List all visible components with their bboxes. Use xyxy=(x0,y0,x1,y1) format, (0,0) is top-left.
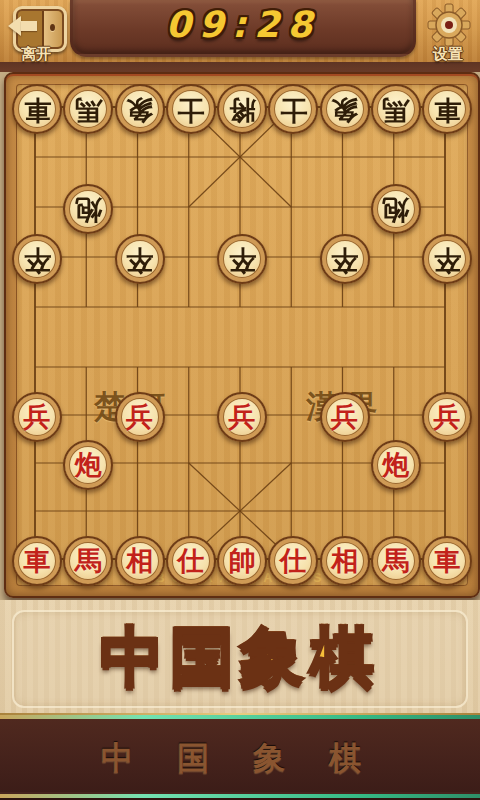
piece-glyph: 兵 xyxy=(24,404,51,431)
piece-glyph: 象 xyxy=(331,96,358,123)
piece-glyph: 士 xyxy=(280,96,307,123)
piece-red-cannon[interactable]: 炮 xyxy=(371,440,421,490)
piece-black-general[interactable]: 將 xyxy=(217,84,267,134)
piece-black-soldier[interactable]: 卒 xyxy=(217,234,267,284)
piece-black-cannon[interactable]: 炮 xyxy=(63,184,113,234)
piece-glyph: 炮 xyxy=(382,196,409,223)
piece-black-cannon[interactable]: 炮 xyxy=(371,184,421,234)
bottom-bar: 中 国 象 棋 xyxy=(0,713,480,800)
piece-black-soldier[interactable]: 卒 xyxy=(320,234,370,284)
piece-black-elephant[interactable]: 象 xyxy=(320,84,370,134)
piece-black-elephant[interactable]: 象 xyxy=(115,84,165,134)
piece-glyph: 象 xyxy=(126,96,153,123)
piece-glyph: 兵 xyxy=(331,404,358,431)
piece-glyph: 仕 xyxy=(177,548,204,575)
game-logo-title: 中国象棋 xyxy=(0,614,480,701)
top-bar-lower-strip xyxy=(0,62,480,72)
piece-red-horse[interactable]: 馬 xyxy=(371,536,421,586)
exit-arrow-shaft xyxy=(21,21,37,31)
settings-button-label: 设置 xyxy=(416,45,480,64)
piece-red-elephant[interactable]: 相 xyxy=(320,536,370,586)
piece-red-soldier[interactable]: 兵 xyxy=(217,392,267,442)
piece-glyph: 炮 xyxy=(382,452,409,479)
exit-arrow-icon xyxy=(8,16,21,36)
piece-glyph: 炮 xyxy=(75,196,102,223)
piece-red-chariot[interactable]: 車 xyxy=(422,536,472,586)
piece-red-soldier[interactable]: 兵 xyxy=(422,392,472,442)
piece-glyph: 炮 xyxy=(75,452,102,479)
timer-plaque: 09:28 xyxy=(70,0,416,57)
piece-glyph: 車 xyxy=(24,96,51,123)
piece-glyph: 兵 xyxy=(434,404,461,431)
piece-glyph: 車 xyxy=(24,548,51,575)
piece-glyph: 帥 xyxy=(229,548,256,575)
piece-black-soldier[interactable]: 卒 xyxy=(12,234,62,284)
logo-section: 中国象棋 xyxy=(0,600,480,713)
piece-glyph: 車 xyxy=(434,548,461,575)
piece-red-advisor[interactable]: 仕 xyxy=(268,536,318,586)
piece-glyph: 士 xyxy=(177,96,204,123)
top-bar: 09:28 xyxy=(0,0,480,62)
piece-red-cannon[interactable]: 炮 xyxy=(63,440,113,490)
timer: 09:28 xyxy=(73,4,413,45)
piece-glyph: 兵 xyxy=(126,404,153,431)
piece-black-advisor[interactable]: 士 xyxy=(166,84,216,134)
piece-glyph: 將 xyxy=(229,96,256,123)
piece-black-soldier[interactable]: 卒 xyxy=(115,234,165,284)
piece-glyph: 馬 xyxy=(382,548,409,575)
gear-icon xyxy=(426,2,472,48)
board-grid xyxy=(6,74,478,596)
piece-glyph: 卒 xyxy=(229,246,256,273)
piece-black-horse[interactable]: 馬 xyxy=(63,84,113,134)
piece-red-chariot[interactable]: 車 xyxy=(12,536,62,586)
piece-glyph: 相 xyxy=(331,548,358,575)
exit-button[interactable]: 离开 xyxy=(4,0,68,72)
piece-glyph: 馬 xyxy=(382,96,409,123)
bottom-bar-title: 中 国 象 棋 xyxy=(0,737,480,781)
piece-red-soldier[interactable]: 兵 xyxy=(115,392,165,442)
piece-glyph: 相 xyxy=(126,548,153,575)
piece-red-elephant[interactable]: 相 xyxy=(115,536,165,586)
settings-button[interactable]: 设置 xyxy=(416,0,480,72)
piece-glyph: 車 xyxy=(434,96,461,123)
piece-black-advisor[interactable]: 士 xyxy=(268,84,318,134)
piece-glyph: 馬 xyxy=(75,548,102,575)
piece-glyph: 卒 xyxy=(434,246,461,273)
exit-button-label: 离开 xyxy=(4,45,68,64)
door-panel xyxy=(42,11,62,47)
piece-glyph: 馬 xyxy=(75,96,102,123)
piece-red-soldier[interactable]: 兵 xyxy=(12,392,62,442)
piece-black-horse[interactable]: 馬 xyxy=(371,84,421,134)
piece-red-horse[interactable]: 馬 xyxy=(63,536,113,586)
piece-glyph: 卒 xyxy=(24,246,51,273)
piece-black-chariot[interactable]: 車 xyxy=(422,84,472,134)
piece-red-advisor[interactable]: 仕 xyxy=(166,536,216,586)
piece-glyph: 卒 xyxy=(126,246,153,273)
piece-red-soldier[interactable]: 兵 xyxy=(320,392,370,442)
door-knob xyxy=(50,24,55,31)
piece-glyph: 卒 xyxy=(331,246,358,273)
piece-glyph: 兵 xyxy=(229,404,256,431)
xiangqi-board[interactable]: 楚河 漢界 BOYAA GAMES 車馬象士將士象馬車炮炮卒卒卒卒卒兵兵兵兵兵炮… xyxy=(4,72,480,598)
piece-red-general[interactable]: 帥 xyxy=(217,536,267,586)
piece-black-chariot[interactable]: 車 xyxy=(12,84,62,134)
app-screen: 09:28 离开 设置 楚河 漢界 BOYAA GAMES 車馬象士將士象馬車炮… xyxy=(0,0,480,800)
piece-glyph: 仕 xyxy=(280,548,307,575)
piece-black-soldier[interactable]: 卒 xyxy=(422,234,472,284)
